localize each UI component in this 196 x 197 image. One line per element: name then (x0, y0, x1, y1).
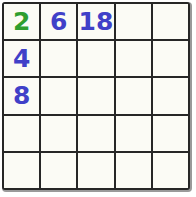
cell-r2-c2[interactable] (41, 41, 76, 76)
cell-r3-c3[interactable] (78, 78, 113, 113)
cell-r4-c2[interactable] (41, 116, 76, 151)
cell-r4-c4[interactable] (116, 116, 151, 151)
cell-r4-c1[interactable] (4, 116, 39, 151)
cell-r1-c1[interactable]: 2 (4, 4, 39, 39)
cell-r1-c2[interactable]: 6 (41, 4, 76, 39)
cell-r5-c3[interactable] (78, 153, 113, 188)
cell-r4-c5[interactable] (153, 116, 188, 151)
cell-r2-c3[interactable] (78, 41, 113, 76)
cell-r1-c3[interactable]: 18 (78, 4, 113, 39)
cell-r4-c3[interactable] (78, 116, 113, 151)
cell-r2-c4[interactable] (116, 41, 151, 76)
cell-r5-c1[interactable] (4, 153, 39, 188)
cell-r3-c5[interactable] (153, 78, 188, 113)
cell-r1-c4[interactable] (116, 4, 151, 39)
cell-r3-c4[interactable] (116, 78, 151, 113)
cell-r2-c5[interactable] (153, 41, 188, 76)
cell-r5-c2[interactable] (41, 153, 76, 188)
cell-r5-c5[interactable] (153, 153, 188, 188)
cell-r1-c5[interactable] (153, 4, 188, 39)
puzzle-grid: 261848 (2, 2, 190, 190)
cell-r5-c4[interactable] (116, 153, 151, 188)
cell-r2-c1[interactable]: 4 (4, 41, 39, 76)
cell-r3-c2[interactable] (41, 78, 76, 113)
cell-r3-c1[interactable]: 8 (4, 78, 39, 113)
puzzle-board-wrap: 261848 (2, 2, 190, 190)
